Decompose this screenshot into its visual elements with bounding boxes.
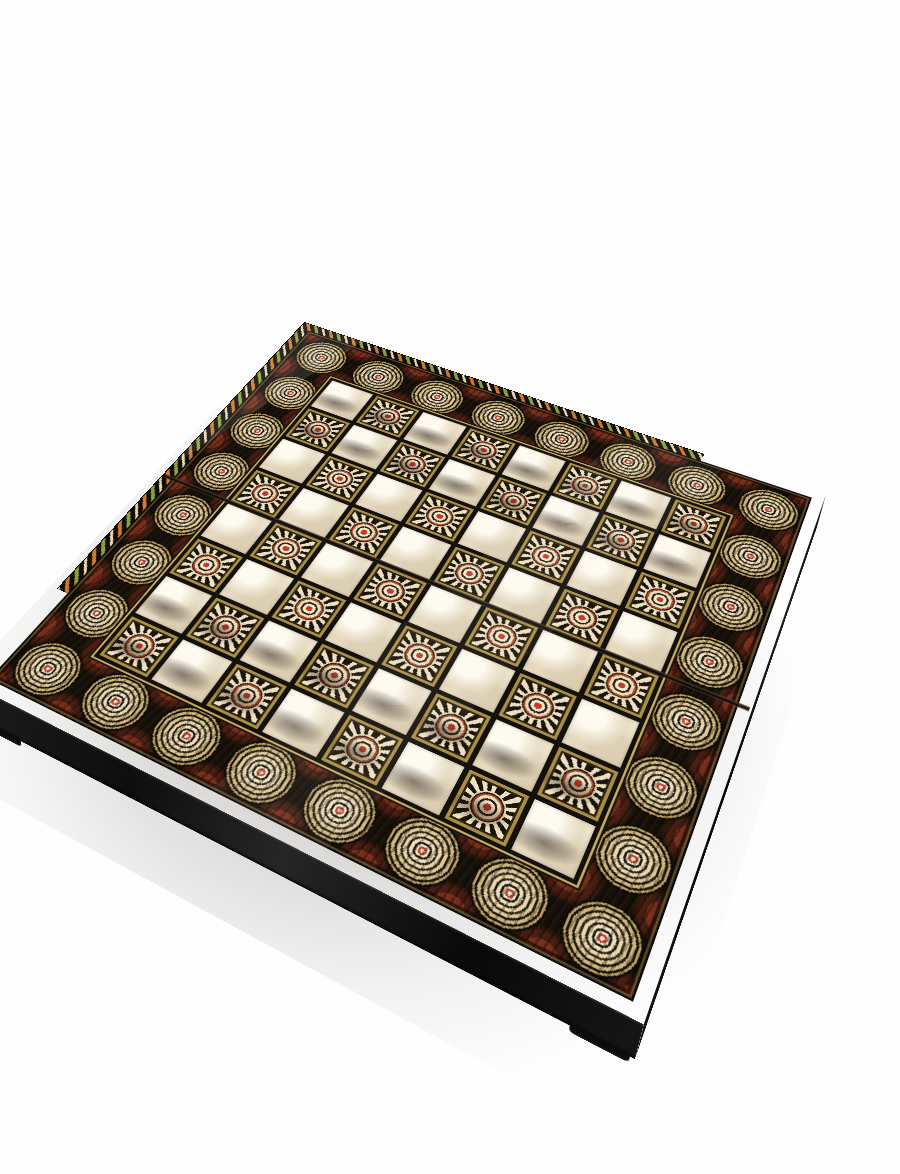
chess-set: ♜♞♝♛♚♝♞♜♟♟♟♟♟♟♟♟♟♟♟♟♟♟♟♟♜♞♝♛♚♝♞♜ xyxy=(110,262,750,902)
product-photo-scene: ♜♞♝♛♚♝♞♜♟♟♟♟♟♟♟♟♟♟♟♟♟♟♟♟♜♞♝♛♚♝♞♜ xyxy=(0,0,900,1174)
folding-mosaic-chess-board: ♜♞♝♛♚♝♞♜♟♟♟♟♟♟♟♟♟♟♟♟♟♟♟♟♜♞♝♛♚♝♞♜ xyxy=(0,323,826,1025)
